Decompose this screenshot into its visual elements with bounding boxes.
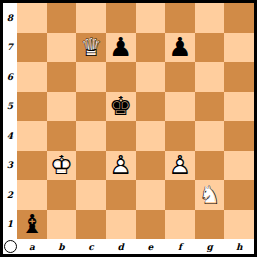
square-e7[interactable] xyxy=(136,33,166,63)
square-c8[interactable] xyxy=(76,3,106,33)
square-f1[interactable] xyxy=(165,210,195,240)
square-f7[interactable]: ♟ xyxy=(165,33,195,63)
square-g1[interactable] xyxy=(195,210,225,240)
rank-label-7: 7 xyxy=(3,33,17,63)
square-d1[interactable] xyxy=(106,210,136,240)
square-h6[interactable] xyxy=(224,62,254,92)
white-queen-glyph: ♕ xyxy=(79,34,102,60)
square-b1[interactable] xyxy=(47,210,77,240)
square-a3[interactable] xyxy=(17,151,47,181)
square-g5[interactable] xyxy=(195,92,225,122)
board-corner xyxy=(3,239,17,254)
square-b4[interactable] xyxy=(47,121,77,151)
square-c7[interactable]: ♛♕ xyxy=(76,33,106,63)
square-h7[interactable] xyxy=(224,33,254,63)
square-g2[interactable]: ♞♘ xyxy=(195,180,225,210)
file-label-a: a xyxy=(17,239,47,254)
black-bishop-glyph: ♝ xyxy=(20,211,43,237)
black-pawn-glyph: ♟ xyxy=(168,34,191,60)
square-c1[interactable] xyxy=(76,210,106,240)
white-pawn-glyph: ♙ xyxy=(109,152,132,178)
square-g8[interactable] xyxy=(195,3,225,33)
square-d5[interactable]: ♚ xyxy=(106,92,136,122)
file-label-c: c xyxy=(76,239,106,254)
rank-label-3: 3 xyxy=(3,151,17,181)
square-a5[interactable] xyxy=(17,92,47,122)
rank-labels: 8 7 6 5 4 3 2 1 xyxy=(3,3,17,239)
square-e1[interactable] xyxy=(136,210,166,240)
square-b2[interactable] xyxy=(47,180,77,210)
square-h3[interactable] xyxy=(224,151,254,181)
square-g3[interactable] xyxy=(195,151,225,181)
square-a1[interactable]: ♝ xyxy=(17,210,47,240)
square-a7[interactable] xyxy=(17,33,47,63)
rank-label-4: 4 xyxy=(3,121,17,151)
square-g6[interactable] xyxy=(195,62,225,92)
square-f6[interactable] xyxy=(165,62,195,92)
square-e2[interactable] xyxy=(136,180,166,210)
square-f4[interactable] xyxy=(165,121,195,151)
square-e8[interactable] xyxy=(136,3,166,33)
black-pawn[interactable]: ♟ xyxy=(106,33,136,63)
square-c6[interactable] xyxy=(76,62,106,92)
rank-label-6: 6 xyxy=(3,62,17,92)
file-label-e: e xyxy=(136,239,166,254)
square-e3[interactable] xyxy=(136,151,166,181)
square-d2[interactable] xyxy=(106,180,136,210)
white-knight[interactable]: ♞♘ xyxy=(195,180,225,210)
square-c4[interactable] xyxy=(76,121,106,151)
square-f2[interactable] xyxy=(165,180,195,210)
square-b7[interactable] xyxy=(47,33,77,63)
white-queen[interactable]: ♛♕ xyxy=(76,33,106,63)
white-pawn[interactable]: ♟♙ xyxy=(165,151,195,181)
square-b3[interactable]: ♚♔ xyxy=(47,151,77,181)
square-a4[interactable] xyxy=(17,121,47,151)
square-c3[interactable] xyxy=(76,151,106,181)
rank-label-8: 8 xyxy=(3,3,17,33)
file-label-g: g xyxy=(195,239,225,254)
square-a6[interactable] xyxy=(17,62,47,92)
square-h4[interactable] xyxy=(224,121,254,151)
chess-diagram: 8 7 6 5 4 3 2 1 ♛♕♟♟♚♚♔♟♙♟♙♞♘♝ a b c d e… xyxy=(0,0,257,257)
square-d8[interactable] xyxy=(106,3,136,33)
white-knight-glyph: ♘ xyxy=(198,182,221,208)
side-to-move-indicator[interactable] xyxy=(4,240,17,253)
square-e6[interactable] xyxy=(136,62,166,92)
rank-label-5: 5 xyxy=(3,92,17,122)
black-bishop[interactable]: ♝ xyxy=(17,210,47,240)
chess-board: ♛♕♟♟♚♚♔♟♙♟♙♞♘♝ xyxy=(17,3,254,239)
square-d3[interactable]: ♟♙ xyxy=(106,151,136,181)
file-label-b: b xyxy=(47,239,77,254)
black-pawn[interactable]: ♟ xyxy=(165,33,195,63)
file-labels: a b c d e f g h xyxy=(17,239,254,254)
white-king[interactable]: ♚♔ xyxy=(47,151,77,181)
square-a8[interactable] xyxy=(17,3,47,33)
square-d4[interactable] xyxy=(106,121,136,151)
white-pawn[interactable]: ♟♙ xyxy=(106,151,136,181)
square-f5[interactable] xyxy=(165,92,195,122)
square-h2[interactable] xyxy=(224,180,254,210)
square-h5[interactable] xyxy=(224,92,254,122)
square-a2[interactable] xyxy=(17,180,47,210)
black-pawn-glyph: ♟ xyxy=(109,34,132,60)
square-e4[interactable] xyxy=(136,121,166,151)
square-h1[interactable] xyxy=(224,210,254,240)
square-c2[interactable] xyxy=(76,180,106,210)
rank-label-2: 2 xyxy=(3,180,17,210)
square-f8[interactable] xyxy=(165,3,195,33)
rank-label-1: 1 xyxy=(3,210,17,240)
white-king-glyph: ♔ xyxy=(50,152,73,178)
square-h8[interactable] xyxy=(224,3,254,33)
square-d7[interactable]: ♟ xyxy=(106,33,136,63)
square-b8[interactable] xyxy=(47,3,77,33)
file-label-d: d xyxy=(106,239,136,254)
white-pawn-glyph: ♙ xyxy=(168,152,191,178)
square-e5[interactable] xyxy=(136,92,166,122)
square-g7[interactable] xyxy=(195,33,225,63)
square-c5[interactable] xyxy=(76,92,106,122)
black-king[interactable]: ♚ xyxy=(106,92,136,122)
file-label-f: f xyxy=(165,239,195,254)
square-g4[interactable] xyxy=(195,121,225,151)
square-d6[interactable] xyxy=(106,62,136,92)
square-f3[interactable]: ♟♙ xyxy=(165,151,195,181)
black-king-glyph: ♚ xyxy=(109,93,132,119)
square-b5[interactable] xyxy=(47,92,77,122)
file-label-h: h xyxy=(224,239,254,254)
square-b6[interactable] xyxy=(47,62,77,92)
